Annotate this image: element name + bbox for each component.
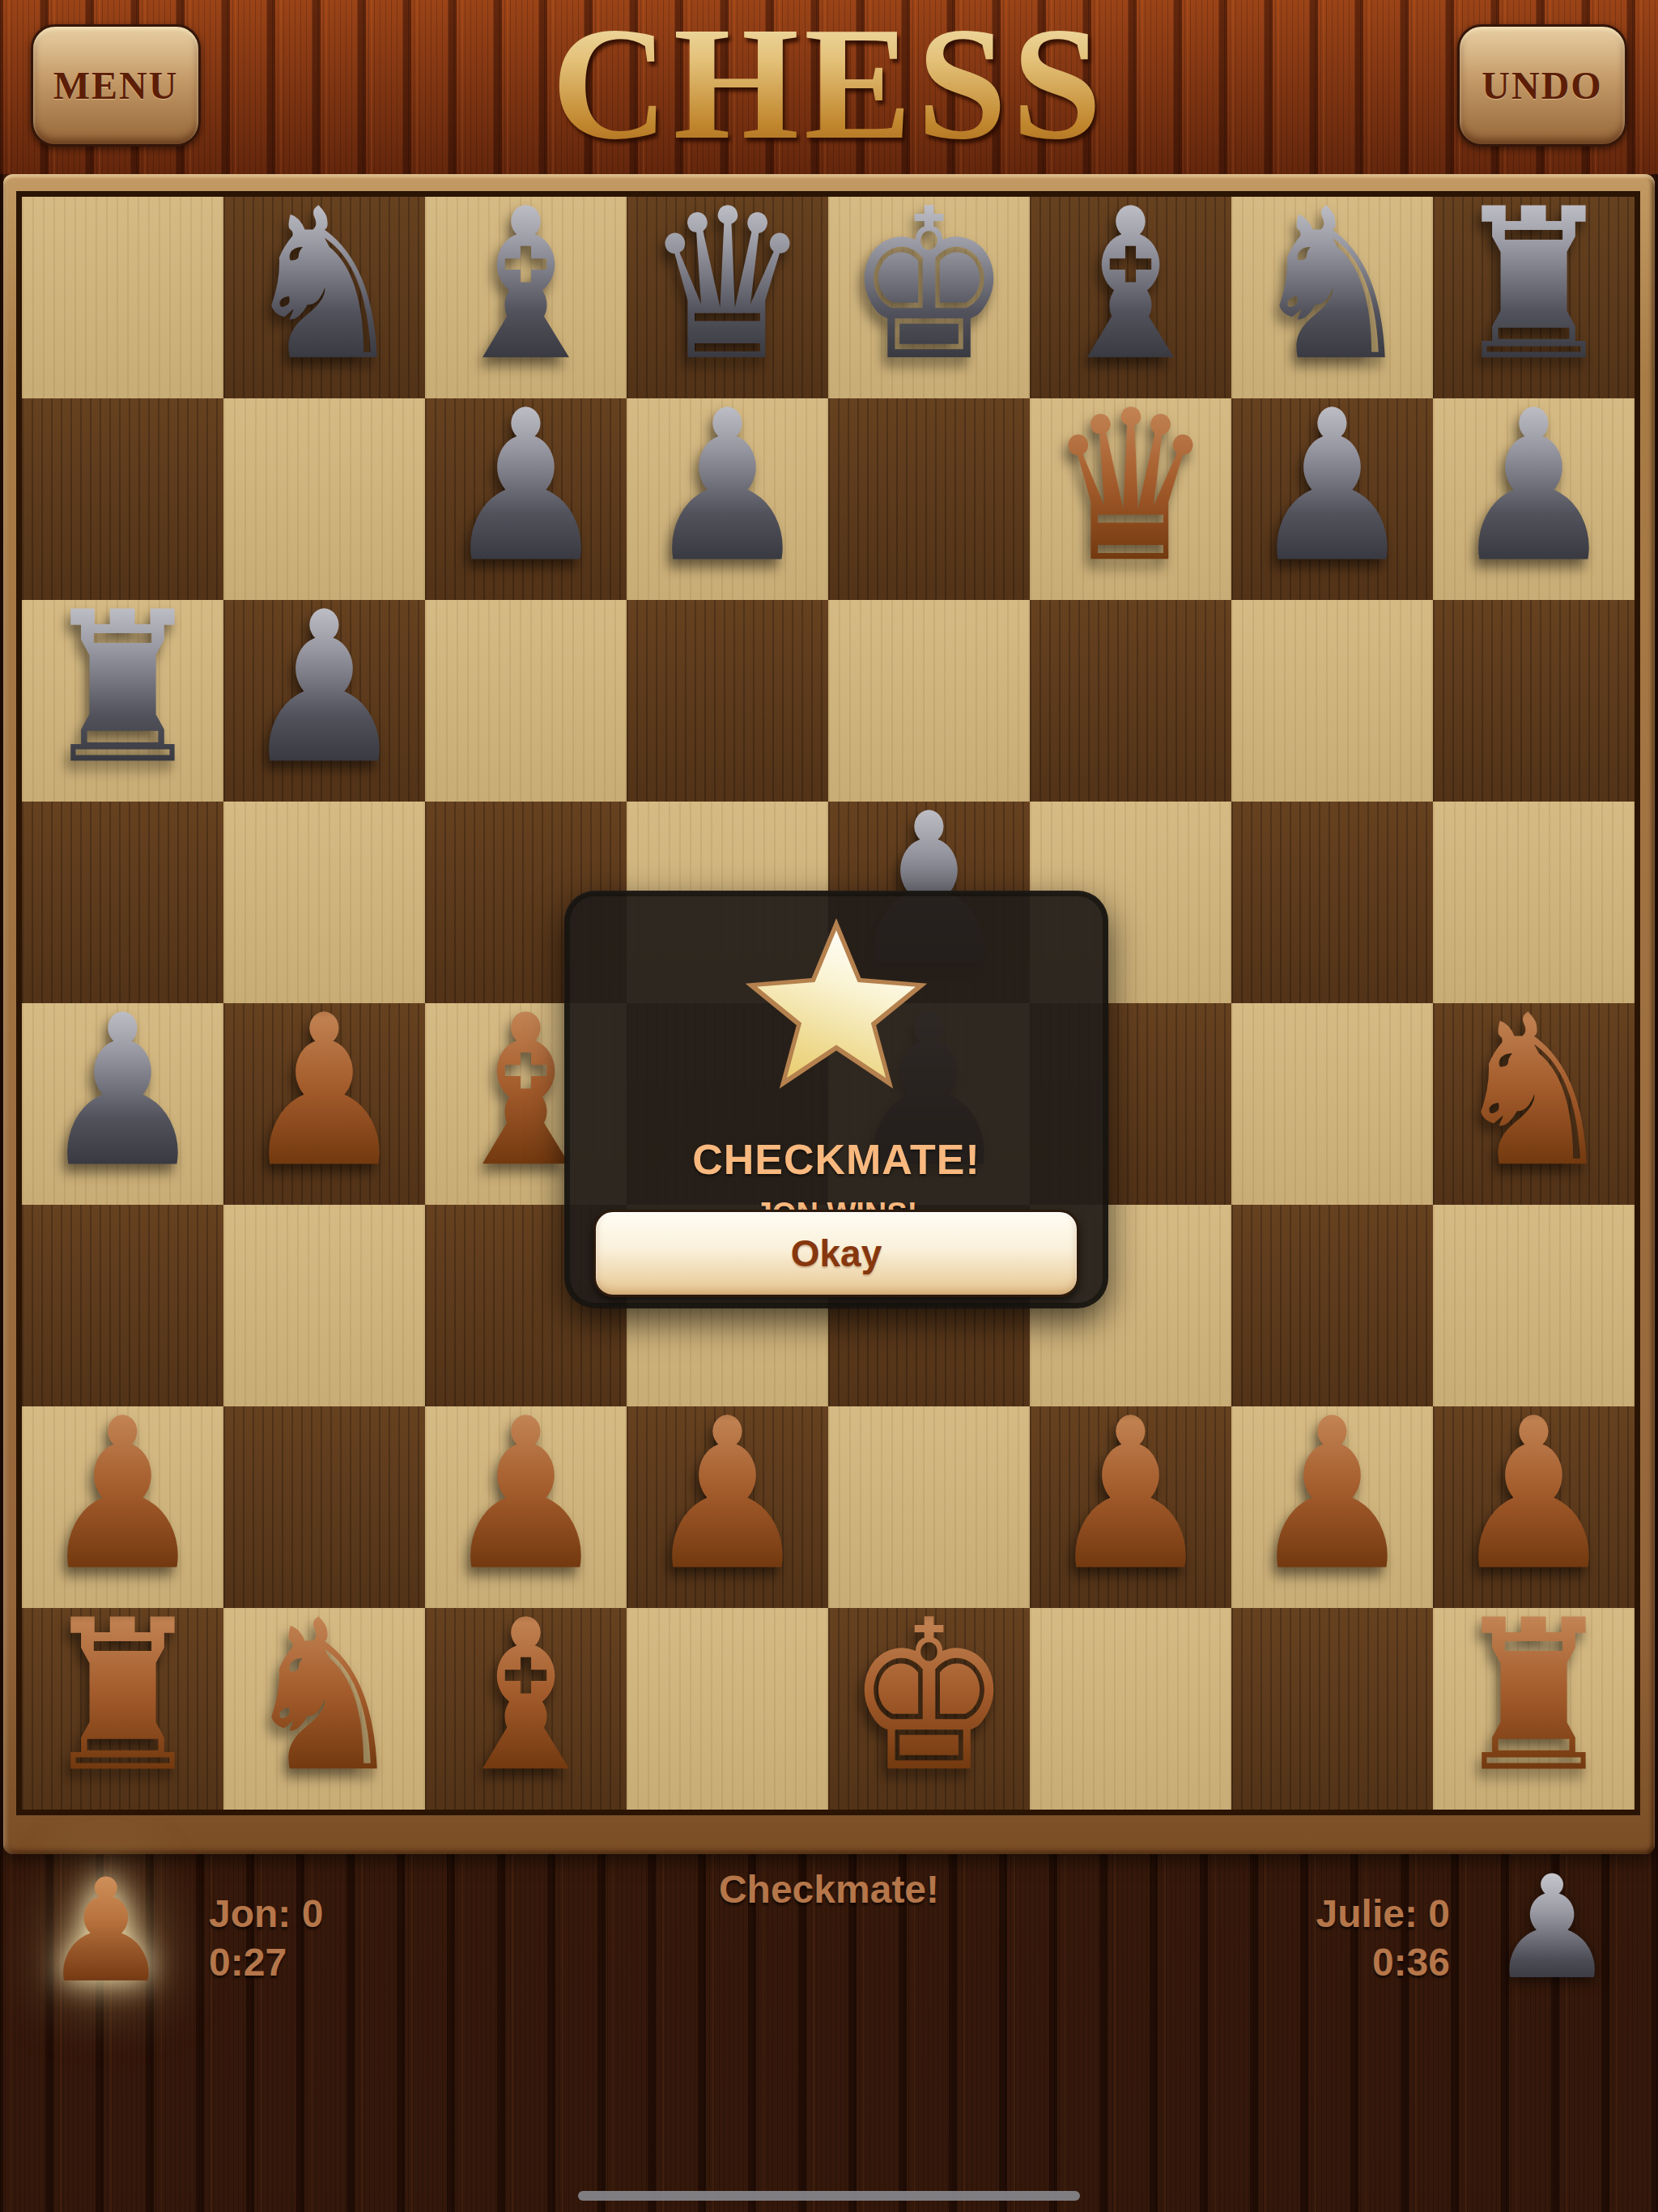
black-player-clock: 0:36 (1372, 1940, 1450, 1984)
square-a6[interactable]: ♜ (22, 600, 223, 802)
square-e8[interactable]: ♚ (828, 197, 1030, 398)
square-g6[interactable] (1231, 600, 1433, 802)
square-d7[interactable]: ♟ (627, 398, 828, 600)
white-rook[interactable]: ♜ (22, 1582, 223, 1810)
okay-button[interactable]: Okay (593, 1210, 1079, 1297)
black-pawn[interactable]: ♟ (425, 372, 627, 600)
undo-button[interactable]: UNDO (1457, 24, 1627, 147)
black-pawn-icon: ♟ (1488, 1857, 1616, 2000)
white-queen[interactable]: ♛ (1030, 372, 1231, 600)
square-e1[interactable]: ♚ (828, 1608, 1030, 1810)
square-h4[interactable]: ♞ (1433, 1003, 1635, 1205)
square-c6[interactable] (425, 600, 627, 802)
white-knight[interactable]: ♞ (223, 1582, 425, 1810)
square-g1[interactable] (1231, 1608, 1433, 1810)
black-knight[interactable]: ♞ (223, 171, 425, 398)
square-b4[interactable]: ♟ (223, 1003, 425, 1205)
white-pawn[interactable]: ♟ (1030, 1380, 1231, 1608)
square-c7[interactable]: ♟ (425, 398, 627, 600)
white-pawn[interactable]: ♟ (1231, 1380, 1433, 1608)
square-f6[interactable] (1030, 600, 1231, 802)
chess-app-screen: CHESS MENU UNDO ♞♝♛♚♝♞♜♟♟♛♟♟♜♟♟♟♟♝♟♞♟♟♟♟… (0, 0, 1658, 2212)
square-f2[interactable]: ♟ (1030, 1406, 1231, 1608)
square-d1[interactable] (627, 1608, 828, 1810)
square-b8[interactable]: ♞ (223, 197, 425, 398)
white-king[interactable]: ♚ (828, 1582, 1030, 1810)
white-player-clock: 0:27 (209, 1940, 287, 1984)
square-a8[interactable] (22, 197, 223, 398)
square-g5[interactable] (1231, 802, 1433, 1003)
square-d2[interactable]: ♟ (627, 1406, 828, 1608)
black-king[interactable]: ♚ (828, 171, 1030, 398)
square-g4[interactable] (1231, 1003, 1433, 1205)
square-a1[interactable]: ♜ (22, 1608, 223, 1810)
square-h6[interactable] (1433, 600, 1635, 802)
square-e7[interactable] (828, 398, 1030, 600)
black-pawn[interactable]: ♟ (1231, 372, 1433, 600)
black-pawn[interactable]: ♟ (223, 574, 425, 802)
white-rook[interactable]: ♜ (1433, 1582, 1635, 1810)
app-title: CHESS (0, 0, 1658, 176)
white-pawn[interactable]: ♟ (627, 1380, 828, 1608)
white-knight[interactable]: ♞ (1433, 977, 1635, 1205)
status-bar: ♟ Jon: 0 0:27 Checkmate! Julie: 0 0:36 ♟ (0, 1854, 1658, 2212)
square-b1[interactable]: ♞ (223, 1608, 425, 1810)
star-icon (742, 918, 931, 1100)
menu-button[interactable]: MENU (31, 24, 201, 147)
square-h7[interactable]: ♟ (1433, 398, 1635, 600)
black-pawn[interactable]: ♟ (627, 372, 828, 600)
square-g2[interactable]: ♟ (1231, 1406, 1433, 1608)
home-indicator[interactable] (578, 2191, 1080, 2201)
square-f1[interactable] (1030, 1608, 1231, 1810)
star-icon-inner (754, 930, 919, 1087)
black-rook[interactable]: ♜ (22, 574, 223, 802)
square-c1[interactable]: ♝ (425, 1608, 627, 1810)
top-bar: CHESS MENU UNDO (0, 0, 1658, 174)
square-a4[interactable]: ♟ (22, 1003, 223, 1205)
black-pawn[interactable]: ♟ (22, 977, 223, 1205)
square-f7[interactable]: ♛ (1030, 398, 1231, 600)
checkmate-dialog: CHECKMATE! JON WINS! Okay (564, 891, 1108, 1308)
black-player-score: Julie: 0 (1316, 1891, 1450, 1936)
white-pawn[interactable]: ♟ (223, 977, 425, 1205)
square-b6[interactable]: ♟ (223, 600, 425, 802)
black-pawn[interactable]: ♟ (1433, 372, 1635, 600)
square-g7[interactable]: ♟ (1231, 398, 1433, 600)
square-h1[interactable]: ♜ (1433, 1608, 1635, 1810)
white-bishop[interactable]: ♝ (425, 1582, 627, 1810)
dialog-title: CHECKMATE! (692, 1135, 980, 1184)
square-b3[interactable] (223, 1205, 425, 1406)
square-d6[interactable] (627, 600, 828, 802)
